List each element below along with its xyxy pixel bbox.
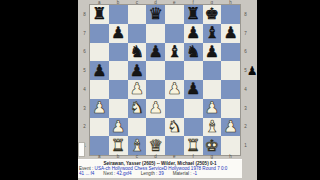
square-a4 bbox=[90, 80, 109, 99]
square-g8: ♚ bbox=[203, 5, 222, 24]
piece-black-knight: ♞ bbox=[186, 43, 200, 59]
piece-white-rook: ♜ bbox=[111, 137, 125, 153]
square-g2: ♝ bbox=[203, 118, 222, 137]
game-length: Length : 39 bbox=[141, 171, 164, 176]
video-frame: abcdefgh 87654321 ♜♛♜♚♟♟♝♟♞♟♝♞♟♟♟♟♟♟♟♞♟♟… bbox=[0, 0, 320, 180]
square-f5 bbox=[184, 61, 203, 80]
chess-board: ♜♛♜♚♟♟♝♟♞♟♝♞♟♟♟♟♟♟♟♞♟♟♟♞♝♟♜♝♛♜♚ bbox=[90, 5, 240, 155]
square-h5 bbox=[221, 61, 240, 80]
game-info-bar: Seirawan, Yasser (2605) -- Wilder, Micha… bbox=[78, 159, 242, 178]
square-b5 bbox=[109, 61, 128, 80]
square-f1: ♜ bbox=[184, 136, 203, 155]
square-d7 bbox=[146, 24, 165, 43]
piece-black-bishop: ♝ bbox=[167, 43, 181, 59]
square-a1 bbox=[90, 136, 109, 155]
pillarbox-right bbox=[257, 0, 320, 180]
piece-white-queen: ♛ bbox=[148, 137, 162, 153]
piece-black-king: ♚ bbox=[205, 6, 219, 22]
left-edge-marker bbox=[78, 142, 85, 157]
piece-black-rook: ♜ bbox=[92, 6, 106, 22]
move-info-line: 41 ... f4 Next : 42.gxf4 Length : 39 Mat… bbox=[78, 171, 242, 176]
square-h3 bbox=[221, 99, 240, 118]
square-c7 bbox=[128, 24, 147, 43]
square-c6: ♞ bbox=[128, 43, 147, 62]
square-b7: ♟ bbox=[109, 24, 128, 43]
square-d3: ♟ bbox=[146, 99, 165, 118]
rank-label-7: 7 bbox=[242, 24, 249, 43]
piece-white-pawn: ♟ bbox=[130, 81, 144, 97]
rank-label-6: 6 bbox=[81, 43, 88, 62]
square-g7: ♝ bbox=[203, 24, 222, 43]
piece-white-pawn: ♟ bbox=[111, 118, 125, 134]
piece-white-pawn: ♟ bbox=[92, 100, 106, 116]
square-a5: ♟ bbox=[90, 61, 109, 80]
rank-label-4: 4 bbox=[81, 80, 88, 99]
pillarbox-left bbox=[0, 0, 78, 180]
piece-black-pawn: ♟ bbox=[130, 62, 144, 78]
square-a3: ♟ bbox=[90, 99, 109, 118]
square-g1: ♚ bbox=[203, 136, 222, 155]
rank-labels-left: 87654321 bbox=[81, 5, 88, 155]
rank-label-8: 8 bbox=[242, 5, 249, 24]
square-a7 bbox=[90, 24, 109, 43]
piece-black-pawn: ♟ bbox=[148, 43, 162, 59]
square-c3: ♞ bbox=[128, 99, 147, 118]
square-c2 bbox=[128, 118, 147, 137]
square-b6 bbox=[109, 43, 128, 62]
piece-black-pawn: ♟ bbox=[205, 43, 219, 59]
piece-white-king: ♚ bbox=[205, 137, 219, 153]
square-h1 bbox=[221, 136, 240, 155]
piece-white-knight: ♞ bbox=[130, 100, 144, 116]
piece-white-rook: ♜ bbox=[186, 137, 200, 153]
square-d4 bbox=[146, 80, 165, 99]
next-move: Next : 42.gxf4 bbox=[103, 171, 131, 176]
square-g4 bbox=[203, 80, 222, 99]
square-h8 bbox=[221, 5, 240, 24]
square-g3: ♟ bbox=[203, 99, 222, 118]
material-balance: Material : -1 bbox=[173, 171, 197, 176]
square-d2 bbox=[146, 118, 165, 137]
square-b4 bbox=[109, 80, 128, 99]
square-d6: ♟ bbox=[146, 43, 165, 62]
square-c1: ♝ bbox=[128, 136, 147, 155]
square-g6: ♟ bbox=[203, 43, 222, 62]
square-e1 bbox=[165, 136, 184, 155]
square-e8 bbox=[165, 5, 184, 24]
square-f8: ♜ bbox=[184, 5, 203, 24]
square-b2: ♟ bbox=[109, 118, 128, 137]
square-b3 bbox=[109, 99, 128, 118]
piece-white-bishop: ♝ bbox=[130, 137, 144, 153]
piece-black-knight: ♞ bbox=[130, 43, 144, 59]
rank-label-5: 5 bbox=[81, 61, 88, 80]
piece-black-pawn: ♟ bbox=[186, 81, 200, 97]
square-h2: ♟ bbox=[221, 118, 240, 137]
rank-label-8: 8 bbox=[81, 5, 88, 24]
square-e6: ♝ bbox=[165, 43, 184, 62]
square-e4: ♟ bbox=[165, 80, 184, 99]
captured-material-tray: ♟ bbox=[247, 63, 257, 78]
piece-black-pawn: ♟ bbox=[92, 62, 106, 78]
square-c4: ♟ bbox=[128, 80, 147, 99]
square-a8: ♜ bbox=[90, 5, 109, 24]
piece-black-pawn: ♟ bbox=[223, 25, 237, 41]
piece-white-knight: ♞ bbox=[167, 118, 181, 134]
rank-label-3: 3 bbox=[81, 99, 88, 118]
square-e2: ♞ bbox=[165, 118, 184, 137]
rank-label-2: 2 bbox=[242, 118, 249, 137]
square-e7 bbox=[165, 24, 184, 43]
piece-white-bishop: ♝ bbox=[205, 118, 219, 134]
rank-label-2: 2 bbox=[81, 118, 88, 137]
square-f2 bbox=[184, 118, 203, 137]
rank-label-3: 3 bbox=[242, 99, 249, 118]
square-a6 bbox=[90, 43, 109, 62]
square-d5 bbox=[146, 61, 165, 80]
rank-label-1: 1 bbox=[242, 136, 249, 155]
piece-white-pawn: ♟ bbox=[205, 100, 219, 116]
piece-white-pawn: ♟ bbox=[167, 81, 181, 97]
square-h6 bbox=[221, 43, 240, 62]
rank-label-7: 7 bbox=[81, 24, 88, 43]
square-f7: ♟ bbox=[184, 24, 203, 43]
black-pawn-icon: ♟ bbox=[247, 65, 258, 77]
square-f4: ♟ bbox=[184, 80, 203, 99]
square-e5 bbox=[165, 61, 184, 80]
square-f3 bbox=[184, 99, 203, 118]
current-move: 41 ... f4 bbox=[79, 171, 94, 176]
piece-black-pawn: ♟ bbox=[186, 25, 200, 41]
piece-black-rook: ♜ bbox=[186, 6, 200, 22]
piece-white-pawn: ♟ bbox=[148, 100, 162, 116]
rank-label-4: 4 bbox=[242, 80, 249, 99]
square-c5: ♟ bbox=[128, 61, 147, 80]
square-d1: ♛ bbox=[146, 136, 165, 155]
rank-labels-right: 87654321 bbox=[242, 5, 249, 155]
square-b8 bbox=[109, 5, 128, 24]
piece-white-pawn: ♟ bbox=[223, 118, 237, 134]
square-e3 bbox=[165, 99, 184, 118]
square-b1: ♜ bbox=[109, 136, 128, 155]
square-d8: ♛ bbox=[146, 5, 165, 24]
piece-black-pawn: ♟ bbox=[111, 25, 125, 41]
square-h4 bbox=[221, 80, 240, 99]
square-a2 bbox=[90, 118, 109, 137]
square-f6: ♞ bbox=[184, 43, 203, 62]
square-c8 bbox=[128, 5, 147, 24]
event-value: USA-ch Hollywood Chess ServiceD Hollywoo… bbox=[95, 166, 228, 171]
square-h7: ♟ bbox=[221, 24, 240, 43]
event-label: Event : bbox=[79, 166, 93, 171]
square-g5 bbox=[203, 61, 222, 80]
piece-black-queen: ♛ bbox=[148, 6, 162, 22]
chess-gui-panel: abcdefgh 87654321 ♜♛♜♚♟♟♝♟♞♟♝♞♟♟♟♟♟♟♟♞♟♟… bbox=[78, 0, 257, 180]
rank-label-6: 6 bbox=[242, 43, 249, 62]
piece-black-bishop: ♝ bbox=[205, 25, 219, 41]
